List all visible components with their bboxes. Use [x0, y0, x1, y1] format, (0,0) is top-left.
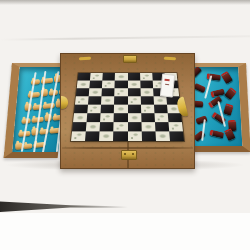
- brass-hinge-front: [121, 150, 137, 160]
- board-square: [128, 81, 141, 89]
- right-drawer: [186, 63, 250, 152]
- board-square: [154, 113, 168, 122]
- board-square: [128, 105, 141, 114]
- chess-piece-dark: [223, 103, 234, 116]
- board-square: [72, 122, 87, 131]
- board-square: [140, 81, 153, 89]
- board-square: [115, 73, 127, 81]
- board-square: [102, 81, 115, 89]
- board-square: [114, 122, 128, 131]
- chess-piece-dark: [209, 129, 224, 138]
- board-square: [86, 122, 100, 131]
- board-square: [89, 81, 102, 89]
- board-square: [140, 96, 153, 104]
- bottom-margin: [0, 213, 250, 250]
- board-square: [103, 73, 116, 81]
- board-square: [85, 131, 100, 141]
- chess-piece-tan: [23, 143, 32, 149]
- chess-piece-dark: [194, 83, 206, 93]
- board-square: [114, 105, 127, 114]
- board-square: [128, 96, 141, 104]
- board-square: [100, 113, 114, 122]
- board-square: [141, 105, 155, 114]
- chess-piece-dark: [224, 87, 237, 101]
- board-square: [89, 88, 102, 96]
- board-square: [102, 88, 115, 96]
- board-square: [141, 131, 155, 141]
- board-square: [140, 73, 153, 81]
- board-square: [128, 88, 141, 96]
- board-square: [140, 88, 153, 96]
- board-square: [154, 105, 168, 114]
- board-square: [73, 113, 87, 122]
- board-square: [128, 73, 140, 81]
- board-square: [128, 131, 142, 141]
- board-square: [87, 105, 101, 114]
- backdrop-fold-line: [0, 35, 250, 40]
- board-square: [115, 88, 128, 96]
- board-square: [141, 122, 155, 131]
- board-square: [76, 88, 90, 96]
- board-square: [88, 96, 102, 104]
- board-square: [114, 96, 127, 104]
- gold-trim-left: [79, 57, 91, 61]
- board-square: [71, 131, 86, 141]
- table-edge: [0, 201, 128, 212]
- tag-mark: [165, 84, 169, 85]
- board-square: [100, 122, 114, 131]
- board-square: [128, 122, 142, 131]
- board-square: [99, 131, 113, 141]
- board-square: [168, 113, 182, 122]
- gold-trim-right: [164, 57, 176, 61]
- chess-box: [60, 53, 195, 169]
- board-square: [155, 131, 170, 141]
- tag-mark: [164, 79, 169, 82]
- board-square: [87, 113, 101, 122]
- board-square: [114, 113, 128, 122]
- board-square: [168, 122, 183, 131]
- brass-latch-left: [61, 96, 68, 109]
- board-square: [90, 73, 103, 81]
- chess-piece-dark: [220, 71, 233, 84]
- brass-hinge-top: [123, 55, 137, 63]
- board-square: [101, 96, 114, 104]
- chess-piece-dark: [195, 115, 207, 124]
- board-square: [113, 131, 127, 141]
- price-tag: [160, 73, 175, 97]
- backdrop-top-shade: [0, 0, 250, 5]
- board-square: [155, 122, 169, 131]
- photo-backdrop: [0, 0, 250, 250]
- board-square: [75, 96, 89, 104]
- board-square: [153, 96, 167, 104]
- board-square: [141, 113, 155, 122]
- board-square: [74, 105, 88, 114]
- board-square: [128, 113, 142, 122]
- board-square: [78, 73, 91, 81]
- board-square: [77, 81, 90, 89]
- board-square: [169, 131, 184, 141]
- left-drawer: [4, 63, 66, 158]
- board-square: [115, 81, 128, 89]
- board-square: [101, 105, 115, 114]
